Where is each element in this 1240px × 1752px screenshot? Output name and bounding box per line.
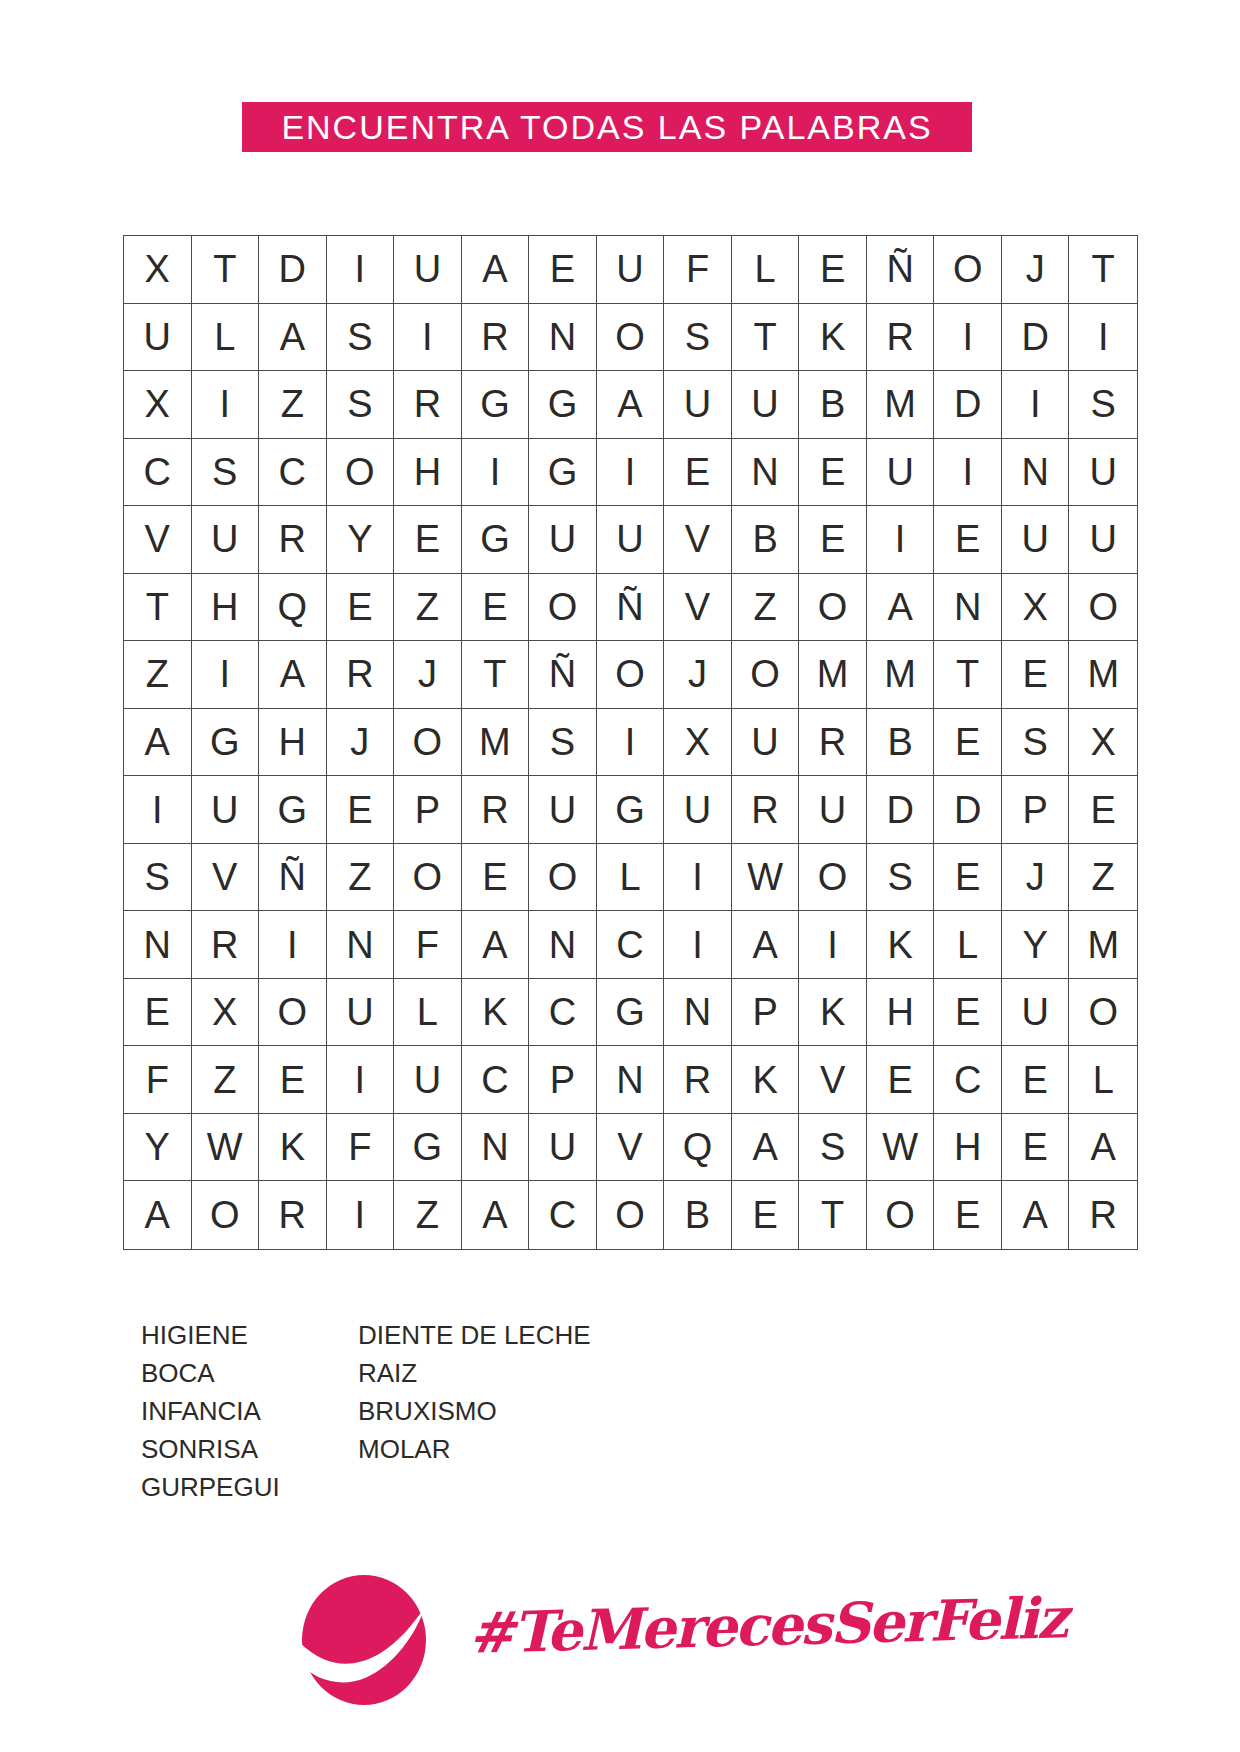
- grid-cell[interactable]: R: [867, 304, 935, 372]
- grid-cell[interactable]: I: [597, 709, 665, 777]
- grid-cell[interactable]: O: [529, 844, 597, 912]
- grid-cell[interactable]: X: [1069, 709, 1137, 777]
- grid-cell[interactable]: U: [529, 506, 597, 574]
- grid-cell[interactable]: D: [934, 776, 1002, 844]
- grid-cell[interactable]: K: [259, 1114, 327, 1182]
- grid-cell[interactable]: U: [394, 236, 462, 304]
- grid-cell[interactable]: E: [327, 776, 395, 844]
- grid-cell[interactable]: B: [867, 709, 935, 777]
- grid-cell[interactable]: Z: [732, 574, 800, 642]
- grid-cell[interactable]: R: [462, 304, 530, 372]
- grid-cell[interactable]: X: [664, 709, 732, 777]
- grid-cell[interactable]: A: [1002, 1181, 1070, 1249]
- grid-cell[interactable]: S: [124, 844, 192, 912]
- grid-cell[interactable]: A: [1069, 1114, 1137, 1182]
- grid-cell[interactable]: E: [462, 844, 530, 912]
- grid-cell[interactable]: O: [529, 574, 597, 642]
- grid-cell[interactable]: J: [327, 709, 395, 777]
- grid-cell[interactable]: E: [934, 1181, 1002, 1249]
- grid-cell[interactable]: H: [934, 1114, 1002, 1182]
- word-list-item: INFANCIA: [141, 1392, 280, 1430]
- grid-cell[interactable]: M: [1069, 641, 1137, 709]
- grid-cell[interactable]: U: [664, 776, 732, 844]
- grid-cell[interactable]: U: [192, 506, 260, 574]
- grid-cell[interactable]: R: [462, 776, 530, 844]
- grid-cell[interactable]: V: [192, 844, 260, 912]
- grid-cell[interactable]: S: [1002, 709, 1070, 777]
- grid-cell[interactable]: G: [529, 371, 597, 439]
- grid-cell[interactable]: U: [664, 371, 732, 439]
- grid-cell[interactable]: A: [867, 574, 935, 642]
- grid-cell[interactable]: R: [192, 911, 260, 979]
- grid-cell[interactable]: G: [394, 1114, 462, 1182]
- grid-cell[interactable]: M: [867, 371, 935, 439]
- grid-cell[interactable]: A: [462, 911, 530, 979]
- grid-cell[interactable]: R: [732, 776, 800, 844]
- grid-cell[interactable]: E: [934, 844, 1002, 912]
- grid-cell[interactable]: Z: [1069, 844, 1137, 912]
- grid-cell[interactable]: C: [529, 979, 597, 1047]
- grid-cell[interactable]: S: [867, 844, 935, 912]
- grid-cell[interactable]: L: [732, 236, 800, 304]
- grid-cell[interactable]: H: [192, 574, 260, 642]
- grid-cell[interactable]: U: [529, 1114, 597, 1182]
- grid-cell[interactable]: I: [124, 776, 192, 844]
- word-list-column-2: DIENTE DE LECHERAIZBRUXISMOMOLAR: [358, 1316, 591, 1468]
- grid-cell[interactable]: E: [1002, 1046, 1070, 1114]
- grid-cell[interactable]: D: [259, 236, 327, 304]
- grid-cell[interactable]: K: [799, 304, 867, 372]
- grid-cell[interactable]: I: [192, 641, 260, 709]
- grid-cell[interactable]: E: [732, 1181, 800, 1249]
- grid-cell[interactable]: A: [732, 1114, 800, 1182]
- grid-cell[interactable]: U: [799, 776, 867, 844]
- grid-cell[interactable]: I: [462, 439, 530, 507]
- grid-cell[interactable]: G: [529, 439, 597, 507]
- grid-cell[interactable]: M: [462, 709, 530, 777]
- grid-cell[interactable]: E: [1069, 776, 1137, 844]
- word-list-item: GURPEGUI: [141, 1468, 280, 1506]
- grid-cell[interactable]: I: [1069, 304, 1137, 372]
- grid-cell[interactable]: R: [799, 709, 867, 777]
- grid-cell[interactable]: U: [1002, 506, 1070, 574]
- word-search-grid: XTDIUAEUFLEÑOJTULASIRNOSTKRIDIXIZSRGGAUU…: [123, 235, 1138, 1250]
- grid-cell[interactable]: K: [867, 911, 935, 979]
- grid-cell[interactable]: E: [1002, 641, 1070, 709]
- title-banner: ENCUENTRA TODAS LAS PALABRAS: [242, 102, 972, 152]
- grid-cell[interactable]: Z: [327, 844, 395, 912]
- grid-cell[interactable]: V: [124, 506, 192, 574]
- grid-cell[interactable]: P: [394, 776, 462, 844]
- grid-cell[interactable]: N: [327, 911, 395, 979]
- grid-cell[interactable]: K: [799, 979, 867, 1047]
- grid-cell[interactable]: U: [394, 1046, 462, 1114]
- grid-cell[interactable]: C: [529, 1181, 597, 1249]
- grid-cell[interactable]: M: [799, 641, 867, 709]
- grid-cell[interactable]: P: [732, 979, 800, 1047]
- grid-cell[interactable]: V: [664, 506, 732, 574]
- grid-cell[interactable]: S: [192, 439, 260, 507]
- grid-cell[interactable]: T: [1069, 236, 1137, 304]
- grid-cell[interactable]: I: [192, 371, 260, 439]
- grid-cell[interactable]: R: [259, 506, 327, 574]
- grid-cell[interactable]: B: [664, 1181, 732, 1249]
- grid-cell[interactable]: Z: [192, 1046, 260, 1114]
- grid-cell[interactable]: M: [1069, 911, 1137, 979]
- word-list-column-1: HIGIENEBOCAINFANCIASONRISAGURPEGUI: [141, 1316, 280, 1506]
- grid-cell[interactable]: N: [529, 304, 597, 372]
- grid-cell[interactable]: O: [867, 1181, 935, 1249]
- grid-cell[interactable]: X: [124, 371, 192, 439]
- grid-cell[interactable]: T: [124, 574, 192, 642]
- grid-cell[interactable]: N: [934, 574, 1002, 642]
- grid-cell[interactable]: I: [1002, 371, 1070, 439]
- grid-cell[interactable]: H: [867, 979, 935, 1047]
- grid-cell[interactable]: I: [327, 236, 395, 304]
- page-title: ENCUENTRA TODAS LAS PALABRAS: [281, 108, 932, 147]
- grid-cell[interactable]: O: [259, 979, 327, 1047]
- grid-cell[interactable]: V: [597, 1114, 665, 1182]
- grid-cell[interactable]: D: [867, 776, 935, 844]
- grid-cell[interactable]: E: [394, 506, 462, 574]
- grid-cell[interactable]: U: [1069, 439, 1137, 507]
- grid-cell[interactable]: O: [597, 304, 665, 372]
- grid-cell[interactable]: E: [327, 574, 395, 642]
- grid-cell[interactable]: L: [192, 304, 260, 372]
- grid-cell[interactable]: L: [1069, 1046, 1137, 1114]
- grid-cell[interactable]: E: [529, 236, 597, 304]
- grid-cell[interactable]: E: [799, 439, 867, 507]
- grid-cell[interactable]: O: [394, 844, 462, 912]
- grid-cell[interactable]: O: [799, 844, 867, 912]
- grid-cell[interactable]: I: [327, 1181, 395, 1249]
- grid-cell[interactable]: R: [1069, 1181, 1137, 1249]
- grid-cell[interactable]: Ñ: [529, 641, 597, 709]
- grid-cell[interactable]: I: [664, 844, 732, 912]
- grid-cell[interactable]: Y: [124, 1114, 192, 1182]
- grid-cell[interactable]: Y: [327, 506, 395, 574]
- grid-cell[interactable]: O: [732, 641, 800, 709]
- grid-cell[interactable]: E: [934, 506, 1002, 574]
- grid-cell[interactable]: L: [597, 844, 665, 912]
- grid-cell[interactable]: Q: [259, 574, 327, 642]
- grid-cell[interactable]: I: [867, 506, 935, 574]
- word-list-item: BRUXISMO: [358, 1392, 591, 1430]
- grid-cell[interactable]: E: [259, 1046, 327, 1114]
- grid-cell[interactable]: G: [597, 776, 665, 844]
- grid-cell[interactable]: G: [259, 776, 327, 844]
- grid-cell[interactable]: E: [799, 236, 867, 304]
- grid-cell[interactable]: R: [327, 641, 395, 709]
- grid-cell[interactable]: P: [529, 1046, 597, 1114]
- grid-cell[interactable]: Ñ: [597, 574, 665, 642]
- grid-cell[interactable]: B: [799, 371, 867, 439]
- grid-cell[interactable]: T: [732, 304, 800, 372]
- word-list-item: HIGIENE: [141, 1316, 280, 1354]
- grid-cell[interactable]: U: [597, 506, 665, 574]
- grid-cell[interactable]: I: [664, 911, 732, 979]
- grid-cell[interactable]: E: [664, 439, 732, 507]
- brand-ball-logo: [301, 1574, 427, 1706]
- grid-cell[interactable]: O: [597, 1181, 665, 1249]
- grid-cell[interactable]: O: [327, 439, 395, 507]
- grid-cell[interactable]: Ñ: [867, 236, 935, 304]
- grid-cell[interactable]: W: [732, 844, 800, 912]
- grid-cell[interactable]: C: [462, 1046, 530, 1114]
- grid-cell[interactable]: O: [1069, 574, 1137, 642]
- grid-cell[interactable]: I: [327, 1046, 395, 1114]
- grid-cell[interactable]: C: [934, 1046, 1002, 1114]
- grid-cell[interactable]: Z: [259, 371, 327, 439]
- grid-cell[interactable]: E: [799, 506, 867, 574]
- grid-cell[interactable]: U: [597, 236, 665, 304]
- grid-cell[interactable]: O: [394, 709, 462, 777]
- grid-cell[interactable]: N: [597, 1046, 665, 1114]
- grid-cell[interactable]: U: [327, 979, 395, 1047]
- grid-cell[interactable]: U: [1069, 506, 1137, 574]
- grid-cell[interactable]: T: [192, 236, 260, 304]
- grid-cell[interactable]: Z: [124, 641, 192, 709]
- word-list-item: DIENTE DE LECHE: [358, 1316, 591, 1354]
- grid-cell[interactable]: J: [664, 641, 732, 709]
- grid-cell[interactable]: I: [259, 911, 327, 979]
- grid-cell[interactable]: U: [529, 776, 597, 844]
- grid-cell[interactable]: K: [462, 979, 530, 1047]
- grid-cell[interactable]: U: [1002, 979, 1070, 1047]
- grid-cell[interactable]: I: [597, 439, 665, 507]
- grid-cell[interactable]: A: [732, 911, 800, 979]
- grid-cell[interactable]: A: [124, 1181, 192, 1249]
- grid-cell[interactable]: X: [124, 236, 192, 304]
- grid-cell[interactable]: M: [867, 641, 935, 709]
- grid-cell[interactable]: S: [327, 371, 395, 439]
- grid-cell[interactable]: J: [1002, 236, 1070, 304]
- grid-cell[interactable]: S: [664, 304, 732, 372]
- grid-cell[interactable]: E: [462, 574, 530, 642]
- word-list-item: MOLAR: [358, 1430, 591, 1468]
- grid-cell[interactable]: U: [124, 304, 192, 372]
- grid-cell[interactable]: A: [597, 371, 665, 439]
- grid-cell[interactable]: I: [934, 304, 1002, 372]
- grid-cell[interactable]: U: [867, 439, 935, 507]
- grid-cell[interactable]: Z: [394, 574, 462, 642]
- grid-cell[interactable]: H: [259, 709, 327, 777]
- grid-cell[interactable]: I: [934, 439, 1002, 507]
- grid-cell[interactable]: U: [732, 709, 800, 777]
- grid-cell[interactable]: R: [664, 1046, 732, 1114]
- grid-cell[interactable]: G: [597, 979, 665, 1047]
- grid-cell[interactable]: N: [124, 911, 192, 979]
- grid-cell[interactable]: L: [934, 911, 1002, 979]
- grid-cell[interactable]: G: [192, 709, 260, 777]
- grid-cell[interactable]: Z: [394, 1181, 462, 1249]
- grid-cell[interactable]: F: [327, 1114, 395, 1182]
- word-list-item: BOCA: [141, 1354, 280, 1392]
- grid-cell[interactable]: D: [1002, 304, 1070, 372]
- word-list-item: SONRISA: [141, 1430, 280, 1468]
- grid-cell[interactable]: T: [934, 641, 1002, 709]
- grid-cell[interactable]: U: [732, 371, 800, 439]
- grid-cell[interactable]: F: [664, 236, 732, 304]
- grid-cell[interactable]: G: [462, 371, 530, 439]
- grid-cell[interactable]: O: [192, 1181, 260, 1249]
- grid-cell[interactable]: T: [799, 1181, 867, 1249]
- grid-cell[interactable]: L: [394, 979, 462, 1047]
- grid-cell[interactable]: I: [799, 911, 867, 979]
- grid-cell[interactable]: O: [799, 574, 867, 642]
- grid-cell[interactable]: S: [799, 1114, 867, 1182]
- grid-cell[interactable]: A: [259, 641, 327, 709]
- grid-cell[interactable]: S: [1069, 371, 1137, 439]
- grid-cell[interactable]: A: [124, 709, 192, 777]
- grid-cell[interactable]: J: [394, 641, 462, 709]
- grid-cell[interactable]: U: [192, 776, 260, 844]
- grid-cell[interactable]: C: [259, 439, 327, 507]
- grid-cell[interactable]: K: [732, 1046, 800, 1114]
- grid-cell[interactable]: I: [394, 304, 462, 372]
- grid-cell[interactable]: R: [394, 371, 462, 439]
- grid-cell[interactable]: S: [327, 304, 395, 372]
- grid-cell[interactable]: O: [1069, 979, 1137, 1047]
- grid-cell[interactable]: W: [192, 1114, 260, 1182]
- grid-cell[interactable]: N: [732, 439, 800, 507]
- grid-cell[interactable]: H: [394, 439, 462, 507]
- grid-cell[interactable]: E: [1002, 1114, 1070, 1182]
- grid-cell[interactable]: A: [462, 236, 530, 304]
- grid-cell[interactable]: B: [732, 506, 800, 574]
- grid-cell[interactable]: X: [192, 979, 260, 1047]
- grid-cell[interactable]: O: [934, 236, 1002, 304]
- grid-cell[interactable]: N: [529, 911, 597, 979]
- grid-cell[interactable]: D: [934, 371, 1002, 439]
- grid-cell[interactable]: R: [259, 1181, 327, 1249]
- grid-cell[interactable]: Y: [1002, 911, 1070, 979]
- word-list-item: RAIZ: [358, 1354, 591, 1392]
- grid-cell[interactable]: O: [597, 641, 665, 709]
- grid-cell[interactable]: S: [529, 709, 597, 777]
- grid-cell[interactable]: W: [867, 1114, 935, 1182]
- grid-cell[interactable]: E: [934, 709, 1002, 777]
- grid-cell[interactable]: F: [394, 911, 462, 979]
- grid-cell[interactable]: N: [462, 1114, 530, 1182]
- grid-cell[interactable]: C: [124, 439, 192, 507]
- grid-cell[interactable]: J: [1002, 844, 1070, 912]
- grid-cell[interactable]: Q: [664, 1114, 732, 1182]
- grid-cell[interactable]: C: [597, 911, 665, 979]
- grid-cell[interactable]: G: [462, 506, 530, 574]
- grid-cell[interactable]: E: [934, 979, 1002, 1047]
- grid-cell[interactable]: N: [1002, 439, 1070, 507]
- grid-cell[interactable]: T: [462, 641, 530, 709]
- grid-cell[interactable]: V: [664, 574, 732, 642]
- grid-cell[interactable]: X: [1002, 574, 1070, 642]
- grid-cell[interactable]: V: [799, 1046, 867, 1114]
- grid-cell[interactable]: A: [462, 1181, 530, 1249]
- grid-cell[interactable]: P: [1002, 776, 1070, 844]
- grid-cell[interactable]: F: [124, 1046, 192, 1114]
- grid-cell[interactable]: Ñ: [259, 844, 327, 912]
- grid-cell[interactable]: E: [124, 979, 192, 1047]
- grid-cell[interactable]: N: [664, 979, 732, 1047]
- grid-cell[interactable]: E: [867, 1046, 935, 1114]
- hashtag-text: #TeMerecesSerFeliz: [467, 1584, 1067, 1666]
- grid-cell[interactable]: A: [259, 304, 327, 372]
